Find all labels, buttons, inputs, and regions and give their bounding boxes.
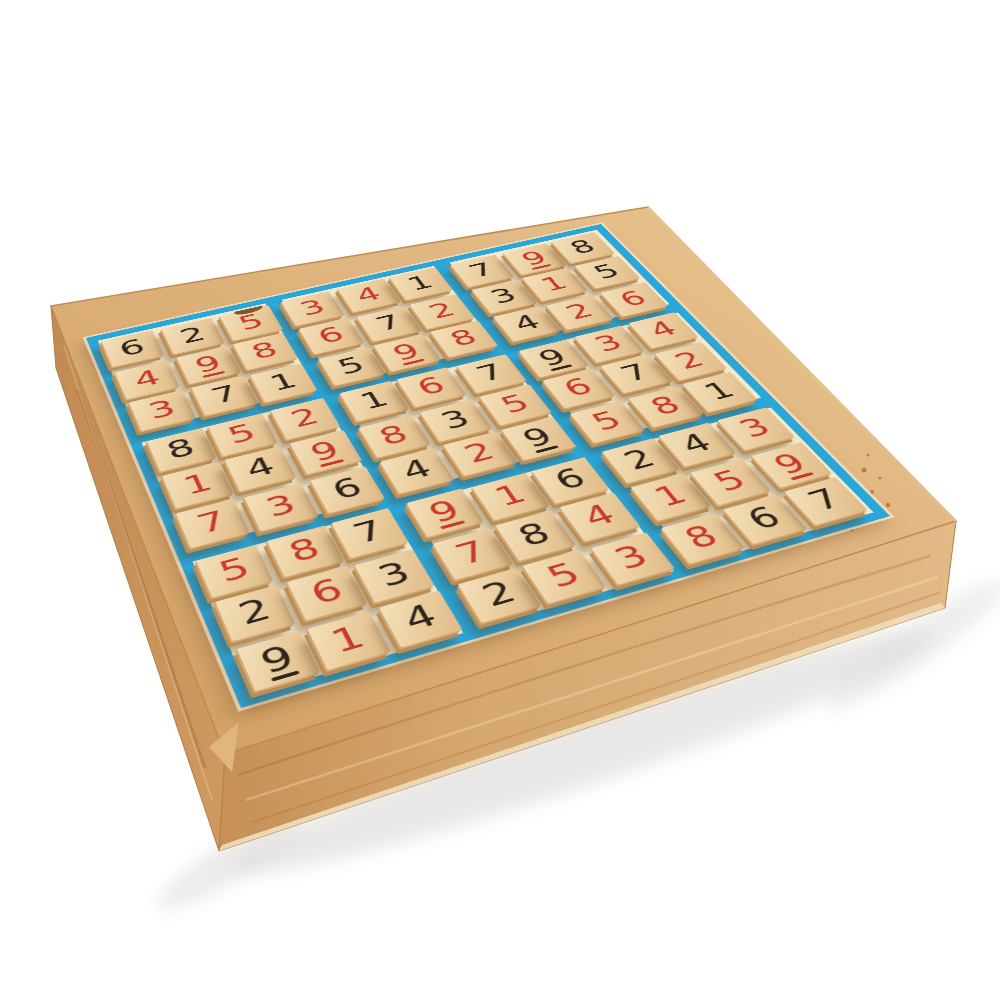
tile-digit: 8 [674,516,728,558]
tile-digit: 4 [349,281,387,309]
tile-digit: 5 [704,461,757,500]
tile-digit: 4 [239,449,281,487]
tile-digit: 8 [562,234,602,260]
tile-digit: 1 [400,269,439,297]
tile-digit: 6 [736,497,791,538]
tile-digit: 2 [456,434,502,471]
tile-digit: 3 [433,402,477,437]
tile-digit: 5 [583,403,631,438]
tile-digit: 2 [422,296,462,325]
tile-digit: 6 [325,469,370,508]
tile-digit: 1 [323,614,373,663]
tile-digit: 7 [612,356,658,389]
tile-digit: 3 [370,552,419,597]
tile-digit: 1 [695,374,744,408]
tile-digit: 1 [644,475,696,515]
tile-r9c5[interactable]: 5 [523,549,606,603]
tile-digit: 1 [486,476,534,516]
tile-digit: 7 [345,511,392,553]
tile-digit: 8 [372,417,416,453]
tile-digit: 1 [533,270,574,298]
tile-digit: 4 [573,495,624,536]
tile-digit: 2 [284,400,325,435]
tile-digit: 4 [640,314,685,344]
tile-digit: 7 [469,357,512,389]
tile-digit: 3 [729,409,780,445]
tile-digit: 2 [558,297,601,326]
tile-digit: 7 [205,377,244,410]
tile-digit: 1 [353,383,395,417]
tile-r5c2[interactable]: 4 [225,446,297,491]
tile-digit: 5 [221,416,261,452]
tile-digit: 7 [447,531,497,574]
tile-digit: 4 [394,451,439,489]
tile-digit: 6 [311,320,350,350]
tile-digit: 5 [212,547,257,591]
tile-digit: 1 [177,464,218,503]
tile-digit: 6 [114,332,149,363]
tile-r1c1[interactable]: 6 [101,330,164,367]
tile-digit: 3 [483,282,524,310]
tile-digit: 8 [161,431,201,468]
tile-digit: 4 [129,362,166,395]
tile-digit: 3 [259,486,303,526]
tile-digit: 5 [585,258,627,285]
tile-digit: 4 [394,594,445,642]
tile-digit: 2 [666,345,713,377]
tile-digit: 6 [555,371,601,404]
tile-digit: 2 [615,441,665,479]
tile-digit: 8 [245,335,283,366]
tile-digit: 6 [611,284,654,312]
tile-digit: 7 [190,501,233,542]
tile-digit: 8 [281,528,327,571]
tile-digit: 2 [473,571,525,617]
tile-r9c1[interactable]: 9 [237,631,320,691]
tile-digit: 3 [586,328,631,359]
tile-digit: 6 [545,459,594,498]
tile-digit: 7 [462,257,501,284]
tile-digit: 3 [294,293,332,322]
product-photo-stage: 6253417984986723153715984268521679341498… [0,0,1000,1000]
tile-digit: 2 [231,588,278,635]
tile-digit: 7 [797,480,853,520]
tile-digit: 8 [443,323,485,353]
tile-digit: 6 [303,568,351,614]
tile-digit: 4 [671,425,721,462]
tile-digit: 5 [537,552,590,597]
tile-digit: 6 [409,369,452,402]
tile-digit: 2 [174,320,210,350]
tile-digit: 8 [641,388,689,422]
tile-digit: 3 [605,536,659,580]
tile-digit: 5 [331,349,371,381]
tile-r8c1[interactable]: 2 [215,585,295,641]
tile-digit: 3 [143,392,181,426]
tile-digit: 7 [369,308,409,338]
tile-digit: 4 [505,308,547,338]
tile-digit: 1 [264,366,304,399]
tile-digit: 8 [509,513,559,555]
tile-r9c2[interactable]: 1 [307,611,390,670]
tile-r8c2[interactable]: 6 [287,565,367,620]
tile-digit: 5 [493,387,538,421]
